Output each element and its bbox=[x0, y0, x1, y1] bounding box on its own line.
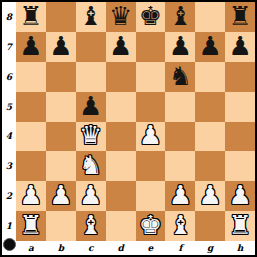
piece-white-knight[interactable]: ♞ bbox=[79, 152, 102, 178]
square-d8[interactable]: ♛ bbox=[106, 2, 136, 32]
square-a7[interactable]: ♟ bbox=[16, 32, 46, 62]
square-g1[interactable] bbox=[195, 211, 225, 241]
rank-labels: 87654321 bbox=[2, 2, 16, 241]
square-d2[interactable] bbox=[106, 181, 136, 211]
square-e2[interactable] bbox=[136, 181, 166, 211]
square-h1[interactable]: ♜ bbox=[225, 211, 255, 241]
piece-black-pawn[interactable]: ♟ bbox=[49, 33, 72, 59]
piece-white-pawn[interactable]: ♟ bbox=[49, 182, 72, 208]
piece-white-pawn[interactable]: ♟ bbox=[228, 182, 251, 208]
piece-white-rook[interactable]: ♜ bbox=[228, 212, 251, 238]
piece-black-pawn[interactable]: ♟ bbox=[109, 33, 132, 59]
piece-black-rook[interactable]: ♜ bbox=[228, 3, 251, 29]
square-d5[interactable] bbox=[106, 92, 136, 122]
square-b3[interactable] bbox=[46, 151, 76, 181]
square-a5[interactable] bbox=[16, 92, 46, 122]
square-g7[interactable]: ♟ bbox=[195, 32, 225, 62]
square-f1[interactable]: ♝ bbox=[165, 211, 195, 241]
square-h4[interactable] bbox=[225, 122, 255, 152]
square-g3[interactable] bbox=[195, 151, 225, 181]
piece-black-king[interactable]: ♚ bbox=[139, 3, 162, 29]
piece-white-pawn[interactable]: ♟ bbox=[169, 182, 192, 208]
rank-label-5: 5 bbox=[2, 92, 16, 122]
square-g5[interactable] bbox=[195, 92, 225, 122]
piece-white-rook[interactable]: ♜ bbox=[19, 212, 42, 238]
rank-label-1: 1 bbox=[2, 211, 16, 241]
square-g8[interactable] bbox=[195, 2, 225, 32]
square-c1[interactable]: ♝ bbox=[76, 211, 106, 241]
rank-label-4: 4 bbox=[2, 122, 16, 152]
square-h2[interactable]: ♟ bbox=[225, 181, 255, 211]
piece-black-queen[interactable]: ♛ bbox=[109, 3, 132, 29]
square-h7[interactable]: ♟ bbox=[225, 32, 255, 62]
square-d4[interactable] bbox=[106, 122, 136, 152]
rank-label-3: 3 bbox=[2, 151, 16, 181]
file-label-e: e bbox=[136, 241, 166, 255]
file-label-a: a bbox=[16, 241, 46, 255]
square-g2[interactable]: ♟ bbox=[195, 181, 225, 211]
square-c5[interactable]: ♟ bbox=[76, 92, 106, 122]
square-c7[interactable] bbox=[76, 32, 106, 62]
square-a8[interactable]: ♜ bbox=[16, 2, 46, 32]
square-c4[interactable]: ♛ bbox=[76, 122, 106, 152]
piece-black-bishop[interactable]: ♝ bbox=[79, 3, 102, 29]
square-f5[interactable] bbox=[165, 92, 195, 122]
file-label-h: h bbox=[225, 241, 255, 255]
piece-black-bishop[interactable]: ♝ bbox=[169, 3, 192, 29]
square-a3[interactable] bbox=[16, 151, 46, 181]
square-h8[interactable]: ♜ bbox=[225, 2, 255, 32]
file-label-g: g bbox=[195, 241, 225, 255]
rank-label-8: 8 bbox=[2, 2, 16, 32]
square-b2[interactable]: ♟ bbox=[46, 181, 76, 211]
black-to-move-indicator bbox=[3, 238, 16, 251]
square-h3[interactable] bbox=[225, 151, 255, 181]
piece-white-bishop[interactable]: ♝ bbox=[79, 212, 102, 238]
square-e7[interactable] bbox=[136, 32, 166, 62]
piece-white-king[interactable]: ♚ bbox=[139, 212, 162, 238]
square-b7[interactable]: ♟ bbox=[46, 32, 76, 62]
square-a4[interactable] bbox=[16, 122, 46, 152]
piece-white-pawn[interactable]: ♟ bbox=[139, 122, 162, 148]
square-e3[interactable] bbox=[136, 151, 166, 181]
file-labels: abcdefgh bbox=[16, 241, 255, 255]
piece-black-knight[interactable]: ♞ bbox=[169, 63, 192, 89]
square-c2[interactable]: ♟ bbox=[76, 181, 106, 211]
piece-black-pawn[interactable]: ♟ bbox=[199, 33, 222, 59]
square-a1[interactable]: ♜ bbox=[16, 211, 46, 241]
square-g6[interactable] bbox=[195, 62, 225, 92]
rank-label-6: 6 bbox=[2, 62, 16, 92]
square-d1[interactable] bbox=[106, 211, 136, 241]
square-f2[interactable]: ♟ bbox=[165, 181, 195, 211]
file-label-f: f bbox=[165, 241, 195, 255]
square-e1[interactable]: ♚ bbox=[136, 211, 166, 241]
square-b8[interactable] bbox=[46, 2, 76, 32]
rank-label-2: 2 bbox=[2, 181, 16, 211]
square-e8[interactable]: ♚ bbox=[136, 2, 166, 32]
piece-black-rook[interactable]: ♜ bbox=[19, 3, 42, 29]
piece-white-bishop[interactable]: ♝ bbox=[169, 212, 192, 238]
square-b4[interactable] bbox=[46, 122, 76, 152]
square-h5[interactable] bbox=[225, 92, 255, 122]
square-f7[interactable]: ♟ bbox=[165, 32, 195, 62]
square-c8[interactable]: ♝ bbox=[76, 2, 106, 32]
square-d3[interactable] bbox=[106, 151, 136, 181]
chess-diagram: 87654321 abcdefgh ♜♝♛♚♝♜♟♟♟♟♟♟♞♟♛♟♞♟♟♟♟♟… bbox=[0, 0, 257, 257]
file-label-b: b bbox=[46, 241, 76, 255]
piece-black-pawn[interactable]: ♟ bbox=[228, 33, 251, 59]
square-f6[interactable]: ♞ bbox=[165, 62, 195, 92]
piece-black-pawn[interactable]: ♟ bbox=[19, 33, 42, 59]
file-label-d: d bbox=[106, 241, 136, 255]
square-d7[interactable]: ♟ bbox=[106, 32, 136, 62]
square-e5[interactable] bbox=[136, 92, 166, 122]
piece-black-pawn[interactable]: ♟ bbox=[169, 33, 192, 59]
piece-white-pawn[interactable]: ♟ bbox=[199, 182, 222, 208]
square-f8[interactable]: ♝ bbox=[165, 2, 195, 32]
square-h6[interactable] bbox=[225, 62, 255, 92]
square-a6[interactable] bbox=[16, 62, 46, 92]
square-a2[interactable]: ♟ bbox=[16, 181, 46, 211]
square-f4[interactable] bbox=[165, 122, 195, 152]
square-f3[interactable] bbox=[165, 151, 195, 181]
square-e4[interactable]: ♟ bbox=[136, 122, 166, 152]
square-b5[interactable] bbox=[46, 92, 76, 122]
square-d6[interactable] bbox=[106, 62, 136, 92]
square-b1[interactable] bbox=[46, 211, 76, 241]
square-c3[interactable]: ♞ bbox=[76, 151, 106, 181]
piece-black-pawn[interactable]: ♟ bbox=[79, 93, 102, 119]
file-label-c: c bbox=[76, 241, 106, 255]
rank-label-7: 7 bbox=[2, 32, 16, 62]
square-b6[interactable] bbox=[46, 62, 76, 92]
board: ♜♝♛♚♝♜♟♟♟♟♟♟♞♟♛♟♞♟♟♟♟♟♟♜♝♚♝♜ bbox=[16, 2, 255, 241]
square-e6[interactable] bbox=[136, 62, 166, 92]
square-g4[interactable] bbox=[195, 122, 225, 152]
piece-white-pawn[interactable]: ♟ bbox=[19, 182, 42, 208]
piece-white-queen[interactable]: ♛ bbox=[79, 122, 102, 148]
square-c6[interactable] bbox=[76, 62, 106, 92]
piece-white-pawn[interactable]: ♟ bbox=[79, 182, 102, 208]
